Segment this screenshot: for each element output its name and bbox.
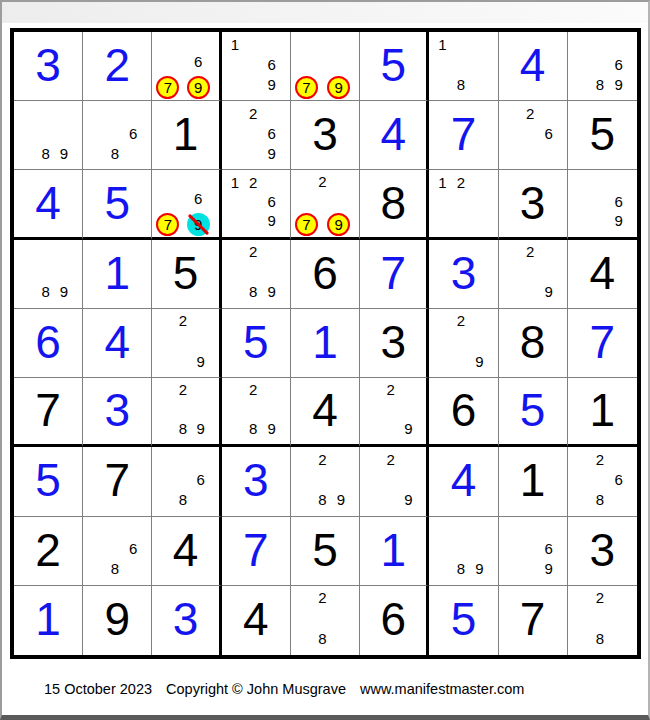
cell-r7c4[interactable]: 3: [222, 447, 291, 516]
candidate-2: 2: [521, 242, 539, 262]
cell-r9c1[interactable]: 1: [14, 586, 83, 655]
solved-digit: 4: [520, 42, 546, 88]
solved-digit: 7: [451, 111, 477, 157]
cell-r7c7[interactable]: 4: [429, 447, 498, 516]
solved-digit: 2: [105, 42, 131, 88]
cell-r5c8[interactable]: 8: [499, 309, 568, 378]
cell-r3c5[interactable]: 279: [291, 170, 360, 239]
footer: 15 October 2023 Copyright © John Musgrav…: [44, 679, 538, 699]
pencil-marks: 68: [83, 517, 151, 585]
pencil-marks: 89: [429, 517, 497, 585]
candidate-8: 8: [313, 489, 331, 509]
pencil-marks: 68: [152, 447, 218, 515]
solved-digit: 4: [105, 319, 131, 365]
cell-r7c9[interactable]: 268: [568, 447, 637, 516]
cell-r3c7[interactable]: 12: [429, 170, 498, 239]
cell-r1c3[interactable]: 679: [152, 32, 221, 101]
pencil-marks: 279: [291, 170, 359, 236]
pencil-marks: 69: [499, 517, 567, 585]
pencil-marks: 679: [152, 32, 218, 100]
candidate-9: 9: [262, 282, 280, 302]
candidate-2: 2: [521, 103, 539, 123]
candidate-8: 8: [36, 282, 54, 302]
candidate-9: 9: [470, 351, 488, 371]
cell-r9c3[interactable]: 3: [152, 586, 221, 655]
pencil-marks: 29: [499, 240, 567, 308]
candidate-2: 2: [313, 449, 331, 469]
cell-r6c1[interactable]: 7: [14, 378, 83, 447]
cell-r4c6[interactable]: 7: [360, 240, 429, 309]
given-digit: 1: [173, 111, 199, 157]
cell-r8c1[interactable]: 2: [14, 517, 83, 586]
cell-r4c2[interactable]: 1: [83, 240, 152, 309]
pencil-marks: 269: [222, 101, 290, 169]
pencil-marks: 89: [14, 240, 82, 308]
candidate-6: 6: [539, 123, 557, 143]
candidate-8: 8: [174, 489, 192, 509]
candidate-1: 1: [433, 172, 451, 191]
candidate-2: 2: [244, 380, 262, 399]
cell-r9c6[interactable]: 6: [360, 586, 429, 655]
given-digit: 1: [520, 457, 546, 503]
given-digit: 3: [590, 527, 616, 573]
cell-r9c5[interactable]: 28: [291, 586, 360, 655]
candidate-8: 8: [313, 629, 331, 649]
cell-r9c7[interactable]: 5: [429, 586, 498, 655]
cell-r7c1[interactable]: 5: [14, 447, 83, 516]
candidate-2: 2: [318, 172, 327, 190]
solved-digit: 5: [451, 596, 477, 642]
footer-copyright: Copyright © John Musgrave: [166, 681, 346, 697]
cell-r3c6[interactable]: 8: [360, 170, 429, 239]
cell-r4c9[interactable]: 4: [568, 240, 637, 309]
pencil-marks: 69: [568, 170, 637, 236]
cell-r4c1[interactable]: 89: [14, 240, 83, 309]
candidate-2: 2: [591, 449, 610, 469]
given-digit: 3: [312, 111, 338, 157]
given-digit: 6: [312, 250, 338, 296]
solved-digit: 5: [35, 457, 61, 503]
solved-digit: 3: [243, 457, 269, 503]
given-digit: 8: [520, 319, 546, 365]
candidate-2: 2: [244, 242, 262, 262]
given-digit: 8: [380, 180, 406, 226]
candidate-9: 9: [609, 74, 628, 94]
solved-digit: 1: [312, 319, 338, 365]
candidate-9: 9: [192, 419, 210, 438]
sudoku-board: 3267916979518468989681269347265456791269…: [10, 28, 641, 659]
candidate-6: 6: [609, 192, 628, 211]
candidate-2: 2: [244, 103, 262, 123]
given-digit: 7: [35, 387, 61, 433]
candidate-2: 2: [591, 588, 610, 608]
puzzle-page: 3267916979518468989681269347265456791269…: [0, 0, 650, 720]
pencil-marks: 289: [222, 240, 290, 308]
cell-r2c5[interactable]: 3: [291, 101, 360, 170]
pencil-marks: 89: [14, 101, 82, 169]
candidate-6: 6: [262, 54, 280, 74]
cell-r5c3[interactable]: 29: [152, 309, 221, 378]
pencil-marks: 68: [83, 101, 151, 169]
given-digit: 5: [590, 111, 616, 157]
candidate-6: 6: [187, 53, 210, 72]
pencil-marks: 289: [152, 378, 218, 444]
cell-r1c5[interactable]: 79: [291, 32, 360, 101]
pencil-marks: 29: [360, 447, 426, 515]
solved-digit: 5: [243, 319, 269, 365]
pencil-marks: 29: [152, 309, 218, 377]
candidate-9: 9: [262, 143, 280, 163]
candidate-8: 8: [244, 419, 262, 438]
solved-digit: 1: [35, 596, 61, 642]
candidate-6: 6: [124, 123, 142, 143]
cell-r2c9[interactable]: 5: [568, 101, 637, 170]
cell-r9c8[interactable]: 7: [499, 586, 568, 655]
cell-r1c7[interactable]: 18: [429, 32, 498, 101]
solved-digit: 4: [35, 180, 61, 226]
cell-r5c2[interactable]: 4: [83, 309, 152, 378]
candidate-9: 9: [262, 211, 280, 230]
pencil-marks: 18: [429, 32, 497, 100]
candidate-1: 1: [226, 172, 244, 191]
candidate-9: 9: [55, 282, 73, 302]
cell-r5c9[interactable]: 7: [568, 309, 637, 378]
solved-digit: 7: [380, 250, 406, 296]
candidate-2: 2: [452, 172, 470, 191]
cell-r1c9[interactable]: 689: [568, 32, 637, 101]
cell-r7c8[interactable]: 1: [499, 447, 568, 516]
solved-digit: 1: [380, 527, 406, 573]
candidate-8: 8: [174, 419, 192, 438]
cell-r6c4[interactable]: 289: [222, 378, 291, 447]
solved-digit: 5: [520, 387, 546, 433]
cell-r2c1[interactable]: 89: [14, 101, 83, 170]
solved-digit: 4: [380, 111, 406, 157]
solved-digit: 7: [590, 319, 616, 365]
pencil-marks: 28: [568, 586, 637, 655]
cell-r5c4[interactable]: 5: [222, 309, 291, 378]
cell-r7c6[interactable]: 29: [360, 447, 429, 516]
pencil-marks: 29: [429, 309, 497, 377]
given-digit: 6: [451, 387, 477, 433]
cell-r3c8[interactable]: 3: [499, 170, 568, 239]
candidate-9: 9: [539, 282, 557, 302]
cell-r7c2[interactable]: 7: [83, 447, 152, 516]
given-digit: 4: [590, 250, 616, 296]
candidate-7-highlight-yellow-circle: 7: [156, 213, 179, 236]
cell-r8c9[interactable]: 3: [568, 517, 637, 586]
candidate-6: 6: [124, 539, 142, 559]
cell-r9c4[interactable]: 4: [222, 586, 291, 655]
pencil-marks: 79: [291, 32, 359, 100]
solved-digit: 3: [35, 42, 61, 88]
candidate-9: 9: [539, 559, 557, 579]
cell-r2c7[interactable]: 7: [429, 101, 498, 170]
solved-digit: 7: [243, 527, 269, 573]
cell-r8c7[interactable]: 89: [429, 517, 498, 586]
given-digit: 4: [173, 527, 199, 573]
candidate-9: 9: [192, 351, 210, 371]
candidate-8: 8: [106, 143, 124, 163]
given-digit: 5: [312, 527, 338, 573]
cell-r5c1[interactable]: 6: [14, 309, 83, 378]
given-digit: 5: [173, 250, 199, 296]
candidate-9: 9: [262, 419, 280, 438]
cell-r2c3[interactable]: 1: [152, 101, 221, 170]
candidate-9: 9: [470, 559, 488, 579]
candidate-9: 9: [332, 489, 350, 509]
solved-digit: 3: [451, 250, 477, 296]
cell-r8c2[interactable]: 68: [83, 517, 152, 586]
candidate-8: 8: [106, 559, 124, 579]
candidate-2: 2: [382, 380, 400, 399]
given-digit: 7: [520, 596, 546, 642]
cell-r8c4[interactable]: 7: [222, 517, 291, 586]
given-digit: 3: [380, 319, 406, 365]
candidate-1: 1: [433, 34, 451, 54]
cell-r6c7[interactable]: 6: [429, 378, 498, 447]
pencil-marks: 26: [499, 101, 567, 169]
given-digit: 4: [243, 596, 269, 642]
pencil-marks: 289: [222, 378, 290, 444]
cell-r3c9[interactable]: 69: [568, 170, 637, 239]
cell-r3c1[interactable]: 4: [14, 170, 83, 239]
candidate-6: 6: [262, 123, 280, 143]
cell-r3c4[interactable]: 1269: [222, 170, 291, 239]
cell-r9c2[interactable]: 9: [83, 586, 152, 655]
candidate-8: 8: [591, 629, 610, 649]
cell-r6c9[interactable]: 1: [568, 378, 637, 447]
cell-r2c4[interactable]: 269: [222, 101, 291, 170]
cell-r3c3[interactable]: 679: [152, 170, 221, 239]
cell-r8c8[interactable]: 69: [499, 517, 568, 586]
cell-r6c2[interactable]: 3: [83, 378, 152, 447]
candidate-6: 6: [262, 192, 280, 211]
cell-r8c5[interactable]: 5: [291, 517, 360, 586]
candidate-6: 6: [187, 190, 210, 208]
cell-r1c8[interactable]: 4: [499, 32, 568, 101]
pencil-marks: 689: [568, 32, 637, 100]
solved-digit: 6: [35, 319, 61, 365]
pencil-marks: 679: [152, 170, 218, 236]
cell-r8c3[interactable]: 4: [152, 517, 221, 586]
candidate-8: 8: [244, 282, 262, 302]
cell-r5c7[interactable]: 29: [429, 309, 498, 378]
candidate-6: 6: [609, 469, 628, 489]
candidate-6: 6: [539, 539, 557, 559]
cell-r7c3[interactable]: 68: [152, 447, 221, 516]
solved-digit: 5: [380, 42, 406, 88]
cell-r2c2[interactable]: 68: [83, 101, 152, 170]
cell-r1c4[interactable]: 169: [222, 32, 291, 101]
cell-r3c2[interactable]: 5: [83, 170, 152, 239]
candidate-9: 9: [400, 489, 418, 509]
given-digit: 4: [312, 387, 338, 433]
candidate-9-eliminated-cyan-circle: 9: [187, 213, 210, 236]
footer-website[interactable]: www.manifestmaster.com: [360, 681, 524, 697]
cell-r2c6[interactable]: 4: [360, 101, 429, 170]
pencil-marks: 169: [222, 32, 290, 100]
candidate-1: 1: [226, 34, 244, 54]
candidate-2: 2: [244, 172, 262, 191]
candidate-6: 6: [192, 469, 210, 489]
given-digit: 1: [590, 387, 616, 433]
cell-r4c3[interactable]: 5: [152, 240, 221, 309]
pencil-marks: 1269: [222, 170, 290, 236]
pencil-marks: 289: [291, 447, 359, 515]
given-digit: 3: [520, 180, 546, 226]
given-digit: 6: [380, 596, 406, 642]
cell-r4c5[interactable]: 6: [291, 240, 360, 309]
candidate-7-highlight-yellow-circle: 7: [295, 213, 318, 236]
candidate-2: 2: [382, 449, 400, 469]
pencil-marks: 12: [429, 170, 497, 236]
cell-r5c5[interactable]: 1: [291, 309, 360, 378]
candidate-9-highlight-yellow-circle: 9: [187, 76, 210, 99]
candidate-8: 8: [591, 489, 610, 509]
given-digit: 9: [105, 596, 131, 642]
cell-r4c8[interactable]: 29: [499, 240, 568, 309]
cell-r9c9[interactable]: 28: [568, 586, 637, 655]
cell-r6c5[interactable]: 4: [291, 378, 360, 447]
candidate-2: 2: [174, 311, 192, 331]
given-digit: 7: [105, 457, 131, 503]
cell-r8c6[interactable]: 1: [360, 517, 429, 586]
candidate-2: 2: [452, 311, 470, 331]
cell-r5c6[interactable]: 3: [360, 309, 429, 378]
cell-r6c8[interactable]: 5: [499, 378, 568, 447]
candidate-9-highlight-yellow-circle: 9: [327, 76, 350, 99]
solved-digit: 3: [105, 387, 131, 433]
cell-r6c6[interactable]: 29: [360, 378, 429, 447]
candidate-9: 9: [609, 211, 628, 230]
cell-r7c5[interactable]: 289: [291, 447, 360, 516]
cell-r1c2[interactable]: 2: [83, 32, 152, 101]
solved-digit: 3: [173, 596, 199, 642]
cell-r1c6[interactable]: 5: [360, 32, 429, 101]
candidate-9: 9: [262, 74, 280, 94]
candidate-9: 9: [55, 143, 73, 163]
candidate-2: 2: [313, 588, 331, 608]
solved-digit: 5: [105, 180, 131, 226]
pencil-marks: 268: [568, 447, 637, 515]
solved-digit: 1: [105, 250, 131, 296]
solved-digit: 4: [451, 457, 477, 503]
cell-r2c8[interactable]: 26: [499, 101, 568, 170]
cell-r6c3[interactable]: 289: [152, 378, 221, 447]
candidate-8: 8: [36, 143, 54, 163]
cell-r1c1[interactable]: 3: [14, 32, 83, 101]
candidate-8: 8: [591, 74, 610, 94]
pencil-marks: 29: [360, 378, 426, 444]
candidate-8: 8: [452, 74, 470, 94]
window-top-bar: [2, 2, 648, 23]
candidate-9-highlight-yellow-circle: 9: [327, 213, 350, 236]
candidate-7-highlight-yellow-circle: 7: [295, 76, 318, 99]
given-digit: 2: [35, 527, 61, 573]
candidate-8: 8: [452, 559, 470, 579]
strike-line: [188, 214, 209, 235]
candidate-6: 6: [609, 54, 628, 74]
pencil-marks: 28: [291, 586, 359, 655]
footer-date: 15 October 2023: [44, 681, 152, 697]
candidate-7-highlight-yellow-circle: 7: [156, 76, 179, 99]
candidate-9: 9: [400, 419, 418, 438]
cell-r4c7[interactable]: 3: [429, 240, 498, 309]
candidate-2: 2: [174, 380, 192, 399]
cell-r4c4[interactable]: 289: [222, 240, 291, 309]
